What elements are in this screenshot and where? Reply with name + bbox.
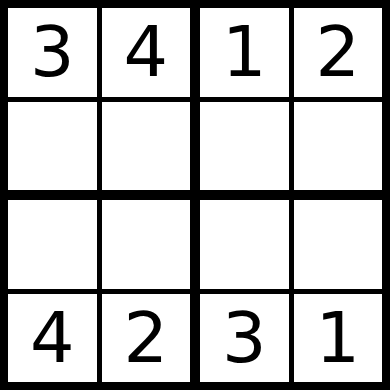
board-grid: 34124231 [8,8,382,382]
cell-r4c2: 2 [102,294,191,383]
cell-r3c1[interactable] [8,200,97,289]
given-digit: 2 [123,303,168,373]
cell-r1c2: 4 [102,8,191,97]
given-digit: 1 [315,303,360,373]
cell-r4c1: 4 [8,294,97,383]
cell-r1c3: 1 [200,8,289,97]
given-digit: 2 [315,17,360,87]
cell-r3c2[interactable] [102,200,191,289]
cell-r4c4: 1 [294,294,383,383]
given-digit: 4 [123,17,168,87]
given-digit: 3 [222,303,267,373]
cell-r2c1[interactable] [8,102,97,191]
given-digit: 3 [30,17,75,87]
cell-r3c3[interactable] [200,200,289,289]
cell-r2c2[interactable] [102,102,191,191]
sudoku-board: 34124231 [0,0,390,390]
cell-r4c3: 3 [200,294,289,383]
cell-r2c3[interactable] [200,102,289,191]
given-digit: 4 [30,303,75,373]
cell-r1c1: 3 [8,8,97,97]
cell-r1c4: 2 [294,8,383,97]
given-digit: 1 [222,17,267,87]
cell-r2c4[interactable] [294,102,383,191]
cell-r3c4[interactable] [294,200,383,289]
